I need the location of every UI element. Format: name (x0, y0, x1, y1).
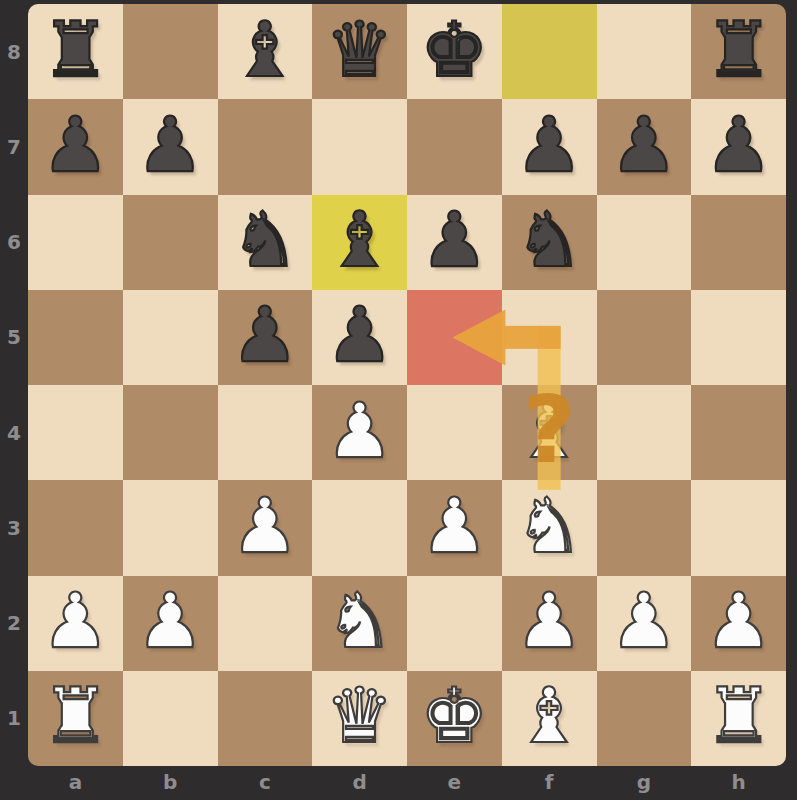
square-b5[interactable] (123, 290, 218, 385)
square-h7[interactable]: ♟ (691, 99, 786, 194)
file-label-h: h (691, 766, 786, 798)
piece-black-pawn[interactable]: ♟ (41, 107, 109, 183)
rank-label-5: 5 (0, 290, 28, 385)
square-g1[interactable] (597, 671, 692, 766)
square-c2[interactable] (218, 576, 313, 671)
rank-label-3: 3 (0, 480, 28, 575)
piece-white-queen[interactable]: ♛ (326, 678, 394, 754)
square-h1[interactable]: ♜ (691, 671, 786, 766)
rank-label-2: 2 (0, 576, 28, 671)
square-g4[interactable] (597, 385, 692, 480)
piece-black-queen[interactable]: ♛ (326, 12, 394, 88)
rank-label-6: 6 (0, 195, 28, 290)
file-label-e: e (407, 766, 502, 798)
square-b4[interactable] (123, 385, 218, 480)
square-f3[interactable]: ♞ (502, 480, 597, 575)
square-b3[interactable] (123, 480, 218, 575)
square-d4[interactable]: ♟ (312, 385, 407, 480)
square-c5[interactable]: ♟ (218, 290, 313, 385)
piece-white-pawn[interactable]: ♟ (420, 488, 488, 564)
file-label-d: d (312, 766, 407, 798)
piece-white-pawn[interactable]: ♟ (136, 583, 204, 659)
square-e3[interactable]: ♟ (407, 480, 502, 575)
square-e2[interactable] (407, 576, 502, 671)
piece-white-king[interactable]: ♚ (420, 678, 488, 754)
square-h6[interactable] (691, 195, 786, 290)
square-a4[interactable] (28, 385, 123, 480)
square-f7[interactable]: ♟ (502, 99, 597, 194)
file-label-c: c (218, 766, 313, 798)
square-c3[interactable]: ♟ (218, 480, 313, 575)
square-g3[interactable] (597, 480, 692, 575)
square-g6[interactable] (597, 195, 692, 290)
square-c7[interactable] (218, 99, 313, 194)
piece-white-knight[interactable]: ♞ (326, 583, 394, 659)
piece-black-bishop[interactable]: ♝ (326, 202, 394, 278)
square-d6[interactable]: ♝ (312, 195, 407, 290)
piece-white-pawn[interactable]: ♟ (231, 488, 299, 564)
square-b8[interactable] (123, 4, 218, 99)
square-f4[interactable]: ♝ (502, 385, 597, 480)
piece-black-pawn[interactable]: ♟ (231, 297, 299, 373)
piece-black-pawn[interactable]: ♟ (326, 297, 394, 373)
square-b7[interactable]: ♟ (123, 99, 218, 194)
square-a3[interactable] (28, 480, 123, 575)
file-label-g: g (597, 766, 692, 798)
piece-black-rook[interactable]: ♜ (705, 12, 773, 88)
square-e7[interactable] (407, 99, 502, 194)
square-g2[interactable]: ♟ (597, 576, 692, 671)
piece-black-rook[interactable]: ♜ (41, 12, 109, 88)
piece-white-rook[interactable]: ♜ (705, 678, 773, 754)
square-c8[interactable]: ♝ (218, 4, 313, 99)
piece-black-knight[interactable]: ♞ (515, 202, 583, 278)
square-d3[interactable] (312, 480, 407, 575)
piece-white-knight[interactable]: ♞ (515, 488, 583, 564)
piece-black-knight[interactable]: ♞ (231, 202, 299, 278)
piece-white-pawn[interactable]: ♟ (326, 393, 394, 469)
square-b6[interactable] (123, 195, 218, 290)
square-h3[interactable] (691, 480, 786, 575)
square-g7[interactable]: ♟ (597, 99, 692, 194)
file-label-a: a (28, 766, 123, 798)
square-d1[interactable]: ♛ (312, 671, 407, 766)
square-a2[interactable]: ♟ (28, 576, 123, 671)
rank-label-7: 7 (0, 99, 28, 194)
file-label-b: b (123, 766, 218, 798)
piece-white-pawn[interactable]: ♟ (705, 583, 773, 659)
file-label-f: f (502, 766, 597, 798)
piece-white-pawn[interactable]: ♟ (515, 583, 583, 659)
square-e5[interactable] (407, 290, 502, 385)
square-e1[interactable]: ♚ (407, 671, 502, 766)
piece-white-bishop[interactable]: ♝ (515, 393, 583, 469)
square-f2[interactable]: ♟ (502, 576, 597, 671)
square-d2[interactable]: ♞ (312, 576, 407, 671)
piece-white-pawn[interactable]: ♟ (610, 583, 678, 659)
square-a6[interactable] (28, 195, 123, 290)
square-f8[interactable] (502, 4, 597, 99)
file-labels: abcdefgh (28, 766, 786, 798)
piece-black-bishop[interactable]: ♝ (231, 12, 299, 88)
square-h4[interactable] (691, 385, 786, 480)
piece-white-pawn[interactable]: ♟ (41, 583, 109, 659)
square-c1[interactable] (218, 671, 313, 766)
square-e4[interactable] (407, 385, 502, 480)
square-e6[interactable]: ♟ (407, 195, 502, 290)
square-a5[interactable] (28, 290, 123, 385)
square-c4[interactable] (218, 385, 313, 480)
piece-white-rook[interactable]: ♜ (41, 678, 109, 754)
rank-label-8: 8 (0, 4, 28, 99)
square-c6[interactable]: ♞ (218, 195, 313, 290)
square-d8[interactable]: ♛ (312, 4, 407, 99)
square-b1[interactable] (123, 671, 218, 766)
piece-black-pawn[interactable]: ♟ (420, 202, 488, 278)
square-h2[interactable]: ♟ (691, 576, 786, 671)
piece-black-pawn[interactable]: ♟ (705, 107, 773, 183)
piece-white-bishop[interactable]: ♝ (515, 678, 583, 754)
piece-black-pawn[interactable]: ♟ (610, 107, 678, 183)
square-g5[interactable] (597, 290, 692, 385)
square-f6[interactable]: ♞ (502, 195, 597, 290)
square-a8[interactable]: ♜ (28, 4, 123, 99)
square-h8[interactable]: ♜ (691, 4, 786, 99)
piece-black-pawn[interactable]: ♟ (136, 107, 204, 183)
square-f5[interactable] (502, 290, 597, 385)
square-d7[interactable] (312, 99, 407, 194)
rank-label-1: 1 (0, 671, 28, 766)
square-b2[interactable]: ♟ (123, 576, 218, 671)
square-e8[interactable]: ♚ (407, 4, 502, 99)
chess-board: ♜♝♛♚♜♟♟♟♟♟♞♝♟♞♟♟♟♝♟♟♞♟♟♞♟♟♟♜♛♚♝♜ (28, 4, 786, 766)
rank-labels: 87654321 (0, 4, 28, 766)
square-h5[interactable] (691, 290, 786, 385)
rank-label-4: 4 (0, 385, 28, 480)
piece-black-pawn[interactable]: ♟ (515, 107, 583, 183)
piece-black-king[interactable]: ♚ (420, 12, 488, 88)
square-a1[interactable]: ♜ (28, 671, 123, 766)
square-a7[interactable]: ♟ (28, 99, 123, 194)
square-g8[interactable] (597, 4, 692, 99)
square-f1[interactable]: ♝ (502, 671, 597, 766)
square-d5[interactable]: ♟ (312, 290, 407, 385)
